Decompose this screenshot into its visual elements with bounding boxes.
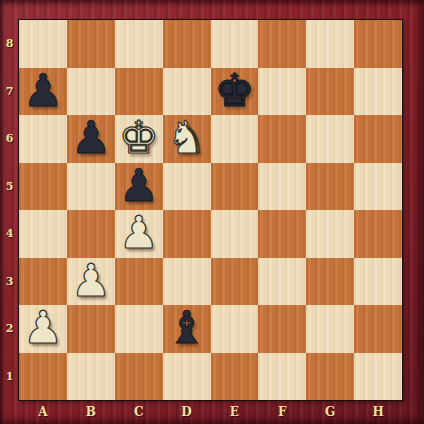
square-g2[interactable] — [306, 305, 354, 353]
file-label-h: H — [354, 400, 402, 424]
square-b1[interactable] — [67, 353, 115, 401]
white-knight[interactable]: ♞ — [166, 115, 206, 160]
square-b5[interactable] — [67, 163, 115, 211]
square-d4[interactable] — [163, 210, 211, 258]
square-e5[interactable] — [211, 163, 259, 211]
square-c8[interactable] — [115, 20, 163, 68]
square-d1[interactable] — [163, 353, 211, 401]
square-h7[interactable] — [354, 68, 402, 116]
square-d8[interactable] — [163, 20, 211, 68]
rank-label-8: 8 — [0, 20, 19, 68]
white-king[interactable]: ♚ — [119, 115, 159, 160]
rank-label-5: 5 — [0, 163, 19, 211]
file-label-g: G — [306, 400, 354, 424]
square-g1[interactable] — [306, 353, 354, 401]
square-e3[interactable] — [211, 258, 259, 306]
square-f4[interactable] — [258, 210, 306, 258]
square-g7[interactable] — [306, 68, 354, 116]
square-a2[interactable]: ♟ — [19, 305, 67, 353]
square-d5[interactable] — [163, 163, 211, 211]
square-h4[interactable] — [354, 210, 402, 258]
black-king[interactable]: ♚ — [214, 68, 254, 113]
square-h2[interactable] — [354, 305, 402, 353]
file-label-e: E — [211, 400, 259, 424]
square-g8[interactable] — [306, 20, 354, 68]
square-f7[interactable] — [258, 68, 306, 116]
square-b3[interactable]: ♟ — [67, 258, 115, 306]
chess-app-window: ♟♚♟♚♞♟♟♟♟♝ 87654321ABCDEFGH — [0, 0, 424, 424]
white-pawn[interactable]: ♟ — [23, 305, 63, 350]
rank-label-4: 4 — [0, 210, 19, 258]
square-c6[interactable]: ♚ — [115, 115, 163, 163]
square-b8[interactable] — [67, 20, 115, 68]
file-label-b: B — [67, 400, 115, 424]
square-f5[interactable] — [258, 163, 306, 211]
square-g4[interactable] — [306, 210, 354, 258]
square-h3[interactable] — [354, 258, 402, 306]
black-pawn[interactable]: ♟ — [71, 115, 111, 160]
square-h8[interactable] — [354, 20, 402, 68]
square-c5[interactable]: ♟ — [115, 163, 163, 211]
square-b2[interactable] — [67, 305, 115, 353]
file-label-a: A — [19, 400, 67, 424]
square-a1[interactable] — [19, 353, 67, 401]
black-bishop[interactable]: ♝ — [166, 305, 206, 350]
square-b6[interactable]: ♟ — [67, 115, 115, 163]
square-h6[interactable] — [354, 115, 402, 163]
square-g6[interactable] — [306, 115, 354, 163]
square-f3[interactable] — [258, 258, 306, 306]
square-e1[interactable] — [211, 353, 259, 401]
square-c7[interactable] — [115, 68, 163, 116]
square-a7[interactable]: ♟ — [19, 68, 67, 116]
square-f2[interactable] — [258, 305, 306, 353]
rank-label-3: 3 — [0, 258, 19, 306]
file-label-d: D — [163, 400, 211, 424]
square-a5[interactable] — [19, 163, 67, 211]
square-a4[interactable] — [19, 210, 67, 258]
square-e8[interactable] — [211, 20, 259, 68]
square-b4[interactable] — [67, 210, 115, 258]
square-a8[interactable] — [19, 20, 67, 68]
black-pawn[interactable]: ♟ — [119, 163, 159, 208]
square-d7[interactable] — [163, 68, 211, 116]
square-e2[interactable] — [211, 305, 259, 353]
square-d2[interactable]: ♝ — [163, 305, 211, 353]
square-f8[interactable] — [258, 20, 306, 68]
square-c4[interactable]: ♟ — [115, 210, 163, 258]
square-g5[interactable] — [306, 163, 354, 211]
square-h5[interactable] — [354, 163, 402, 211]
square-f1[interactable] — [258, 353, 306, 401]
rank-label-6: 6 — [0, 115, 19, 163]
square-e7[interactable]: ♚ — [211, 68, 259, 116]
rank-label-1: 1 — [0, 353, 19, 401]
square-h1[interactable] — [354, 353, 402, 401]
file-label-f: F — [258, 400, 306, 424]
white-pawn[interactable]: ♟ — [119, 210, 159, 255]
square-c2[interactable] — [115, 305, 163, 353]
black-pawn[interactable]: ♟ — [23, 68, 63, 113]
square-c1[interactable] — [115, 353, 163, 401]
rank-label-2: 2 — [0, 305, 19, 353]
square-e6[interactable] — [211, 115, 259, 163]
square-e4[interactable] — [211, 210, 259, 258]
square-a6[interactable] — [19, 115, 67, 163]
square-b7[interactable] — [67, 68, 115, 116]
square-f6[interactable] — [258, 115, 306, 163]
white-pawn[interactable]: ♟ — [71, 258, 111, 303]
square-c3[interactable] — [115, 258, 163, 306]
square-d6[interactable]: ♞ — [163, 115, 211, 163]
rank-label-7: 7 — [0, 68, 19, 116]
chess-board[interactable]: ♟♚♟♚♞♟♟♟♟♝ — [19, 20, 402, 400]
square-g3[interactable] — [306, 258, 354, 306]
square-a3[interactable] — [19, 258, 67, 306]
square-d3[interactable] — [163, 258, 211, 306]
file-label-c: C — [115, 400, 163, 424]
